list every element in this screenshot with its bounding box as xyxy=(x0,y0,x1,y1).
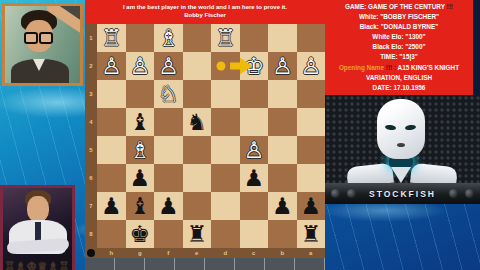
square-g8[interactable]: ♚ xyxy=(126,220,155,248)
piece-wP-c5[interactable]: ♙ xyxy=(243,136,264,164)
piece-bB-g4[interactable]: ♝ xyxy=(129,108,150,136)
square-g3[interactable] xyxy=(126,80,155,108)
turn-indicator-dot xyxy=(87,249,95,257)
piece-bK-g8[interactable]: ♚ xyxy=(129,220,150,248)
glasses-right-lens xyxy=(39,32,53,44)
robot-left-eye xyxy=(385,124,397,130)
square-e3[interactable] xyxy=(183,80,212,108)
square-b3[interactable] xyxy=(268,80,297,108)
square-e5[interactable] xyxy=(183,136,212,164)
rank-label-5: 5 xyxy=(85,136,97,164)
video-frame: ♖♗♔♕♗♖ I am the best player in the world… xyxy=(0,0,480,270)
strip-cell xyxy=(205,258,235,270)
square-g6[interactable]: ♟ xyxy=(126,164,155,192)
chess-board[interactable]: ♖♗♖♙♙♙♔♙♙♘♝♞♗♙♟♟♟♝♟♟♟♚♜♜ 12345678 hgfedc… xyxy=(85,24,325,258)
square-b6[interactable] xyxy=(268,164,297,192)
info-line-black: Black: "DONALD BYRNE" xyxy=(325,22,473,32)
file-label-h: h xyxy=(97,248,126,258)
square-b8[interactable] xyxy=(268,220,297,248)
square-h4[interactable] xyxy=(97,108,126,136)
square-e7[interactable] xyxy=(183,192,212,220)
square-g1[interactable] xyxy=(126,24,155,52)
piece-wK-c2[interactable]: ♔ xyxy=(243,52,264,80)
info-line-date: DATE: 17.10.1956 xyxy=(325,83,473,93)
square-b1[interactable] xyxy=(268,24,297,52)
square-a5[interactable] xyxy=(297,136,326,164)
square-b5[interactable] xyxy=(268,136,297,164)
strip-cell xyxy=(115,258,145,270)
square-c5[interactable]: ♙ xyxy=(240,136,269,164)
file-label-d: d xyxy=(211,248,240,258)
square-b2[interactable]: ♙ xyxy=(268,52,297,80)
robot-right-eye xyxy=(405,124,417,130)
photo-bobby-fischer: ♖♗♔♕♗♖ xyxy=(0,185,75,270)
stockfish-robot-image xyxy=(325,95,480,183)
square-g7[interactable]: ♝ xyxy=(126,192,155,220)
piece-wR-d1[interactable]: ♖ xyxy=(215,24,236,52)
square-b7[interactable]: ♟ xyxy=(268,192,297,220)
square-h5[interactable] xyxy=(97,136,126,164)
square-d6[interactable] xyxy=(211,164,240,192)
piece-bB-g7[interactable]: ♝ xyxy=(129,192,150,220)
piece-bP-h7[interactable]: ♟ xyxy=(101,192,122,220)
square-a1[interactable] xyxy=(297,24,326,52)
square-b4[interactable] xyxy=(268,108,297,136)
photo-donald-byrne xyxy=(2,3,83,86)
piece-bP-g6[interactable]: ♟ xyxy=(129,164,150,192)
file-label-a: a xyxy=(297,248,326,258)
piece-wP-a2[interactable]: ♙ xyxy=(300,52,321,80)
piece-wP-h2[interactable]: ♙ xyxy=(101,52,122,80)
rank-label-4: 4 xyxy=(85,108,97,136)
square-d1[interactable]: ♖ xyxy=(211,24,240,52)
square-f7[interactable]: ♟ xyxy=(154,192,183,220)
square-e4[interactable]: ♞ xyxy=(183,108,212,136)
strip-cell xyxy=(265,258,295,270)
square-d2[interactable] xyxy=(211,52,240,80)
square-g2[interactable]: ♙ xyxy=(126,52,155,80)
square-a6[interactable] xyxy=(297,164,326,192)
square-e8[interactable]: ♜ xyxy=(183,220,212,248)
rank-label-2: 2 xyxy=(85,52,97,80)
square-e6[interactable] xyxy=(183,164,212,192)
square-c8[interactable] xyxy=(240,220,269,248)
right-edge-strip xyxy=(473,0,480,95)
strip-cell xyxy=(145,258,175,270)
square-c7[interactable] xyxy=(240,192,269,220)
move-strip xyxy=(85,258,325,270)
strip-cell xyxy=(235,258,265,270)
square-h6[interactable] xyxy=(97,164,126,192)
square-h8[interactable] xyxy=(97,220,126,248)
square-f8[interactable] xyxy=(154,220,183,248)
piece-wP-f2[interactable]: ♙ xyxy=(158,52,179,80)
piece-bP-c6[interactable]: ♟ xyxy=(243,164,264,192)
piece-bN-e4[interactable]: ♞ xyxy=(186,108,207,136)
square-h7[interactable]: ♟ xyxy=(97,192,126,220)
file-label-f: f xyxy=(154,248,183,258)
square-f1[interactable]: ♗ xyxy=(154,24,183,52)
square-a8[interactable]: ♜ xyxy=(297,220,326,248)
square-g4[interactable]: ♝ xyxy=(126,108,155,136)
square-f2[interactable]: ♙ xyxy=(154,52,183,80)
strip-cell xyxy=(175,258,205,270)
info-line-opening: Opening Name !!! : A15 KING'S KNIGHT xyxy=(325,63,473,73)
square-a2[interactable]: ♙ xyxy=(297,52,326,80)
robot-mouth xyxy=(397,143,405,147)
bar-knob-icon xyxy=(347,189,356,198)
quote-banner: I am the best player in the world and I … xyxy=(85,0,325,24)
square-e1[interactable] xyxy=(183,24,212,52)
square-f3[interactable]: ♘ xyxy=(154,80,183,108)
rank-label-8: 8 xyxy=(85,220,97,248)
info-line-variation: VARIATION, ENGLISH xyxy=(325,73,473,83)
file-label-e: e xyxy=(183,248,212,258)
square-h2[interactable]: ♙ xyxy=(97,52,126,80)
square-c3[interactable] xyxy=(240,80,269,108)
piece-wB-f1[interactable]: ♗ xyxy=(158,24,179,52)
square-a4[interactable] xyxy=(297,108,326,136)
file-label-g: g xyxy=(126,248,155,258)
face-shape xyxy=(27,196,49,222)
rank-label-6: 6 xyxy=(85,164,97,192)
info-line-game: GAME: GAME OF THE CENTURY !!! xyxy=(325,2,473,12)
piece-bP-a7[interactable]: ♟ xyxy=(300,192,321,220)
square-a3[interactable] xyxy=(297,80,326,108)
piece-bR-e8[interactable]: ♜ xyxy=(186,220,207,248)
board-grid[interactable]: ♖♗♖♙♙♙♔♙♙♘♝♞♗♙♟♟♟♝♟♟♟♚♜♜ xyxy=(97,24,325,248)
quote-author: Bobby Fischer xyxy=(85,11,325,19)
piece-bP-f7[interactable]: ♟ xyxy=(158,192,179,220)
square-e2[interactable] xyxy=(183,52,212,80)
strip-cell xyxy=(85,258,115,270)
square-h3[interactable] xyxy=(97,80,126,108)
piece-wP-b2[interactable]: ♙ xyxy=(272,52,293,80)
square-g5[interactable]: ♗ xyxy=(126,136,155,164)
bar-knob-icon xyxy=(331,189,340,198)
square-d4[interactable] xyxy=(211,108,240,136)
piece-bP-b7[interactable]: ♟ xyxy=(272,192,293,220)
game-info-panel: GAME: GAME OF THE CENTURY !!! White: "BO… xyxy=(325,0,473,95)
square-d5[interactable] xyxy=(211,136,240,164)
engine-name-bar: STOCKFISH xyxy=(325,183,480,204)
square-d7[interactable] xyxy=(211,192,240,220)
square-c1[interactable] xyxy=(240,24,269,52)
robot-chest xyxy=(391,167,411,183)
piece-wN-f3[interactable]: ♘ xyxy=(158,80,179,108)
square-d8[interactable] xyxy=(211,220,240,248)
file-label-c: c xyxy=(240,248,269,258)
piece-wB-g5[interactable]: ♗ xyxy=(129,136,150,164)
bar-knob-icon xyxy=(449,189,458,198)
square-c2[interactable]: ♔ xyxy=(240,52,269,80)
square-f6[interactable] xyxy=(154,164,183,192)
square-d3[interactable] xyxy=(211,80,240,108)
robot-head xyxy=(377,99,425,159)
piece-wR-h1[interactable]: ♖ xyxy=(101,24,122,52)
info-line-time: TIME: "15|3" xyxy=(325,52,473,62)
engine-name: STOCKFISH xyxy=(369,189,436,199)
file-label-b: b xyxy=(268,248,297,258)
piece-bR-a8[interactable]: ♜ xyxy=(300,220,321,248)
square-f4[interactable] xyxy=(154,108,183,136)
rank-label-7: 7 xyxy=(85,192,97,220)
rank-label-1: 1 xyxy=(85,24,97,52)
chess-pieces-row: ♖♗♔♕♗♖ xyxy=(3,260,72,270)
piece-wP-g2[interactable]: ♙ xyxy=(129,52,150,80)
info-line-white: White: "BOBBY FISCHER" xyxy=(325,12,473,22)
square-a7[interactable]: ♟ xyxy=(297,192,326,220)
info-line-white-elo: White Elo: "1300" xyxy=(325,32,473,42)
strip-cell xyxy=(295,258,325,270)
rank-label-3: 3 xyxy=(85,80,97,108)
square-c4[interactable] xyxy=(240,108,269,136)
square-c6[interactable]: ♟ xyxy=(240,164,269,192)
quote-text: I am the best player in the world and I … xyxy=(85,0,325,11)
glasses-left-lens xyxy=(24,32,38,44)
info-line-black-elo: Black Elo: "2500" xyxy=(325,42,473,52)
square-f5[interactable] xyxy=(154,136,183,164)
square-h1[interactable]: ♖ xyxy=(97,24,126,52)
bar-knob-icon xyxy=(465,189,474,198)
